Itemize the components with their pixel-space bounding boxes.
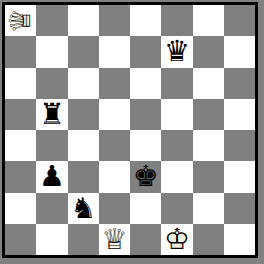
piece-black-rook[interactable]: ♜ — [36, 99, 67, 130]
square-f4[interactable] — [161, 130, 192, 161]
square-f6[interactable] — [161, 68, 192, 99]
black-rook-icon: ♜ — [36, 99, 67, 130]
square-f3[interactable] — [161, 161, 192, 192]
square-d6[interactable] — [99, 68, 130, 99]
square-c6[interactable] — [68, 68, 99, 99]
white-queen-icon: ♕ — [5, 5, 36, 36]
square-a2[interactable] — [5, 193, 36, 224]
square-f8[interactable] — [161, 5, 192, 36]
square-b3[interactable]: ♟ — [36, 161, 67, 192]
square-b6[interactable] — [36, 68, 67, 99]
square-c7[interactable] — [68, 36, 99, 67]
square-e5[interactable] — [130, 99, 161, 130]
black-pawn-icon: ♟ — [36, 161, 67, 192]
white-king-icon: ♔ — [161, 224, 192, 255]
piece-white-queen-rotated[interactable]: ♛♕ — [5, 5, 36, 36]
square-d4[interactable] — [99, 130, 130, 161]
square-f2[interactable] — [161, 193, 192, 224]
square-b1[interactable] — [36, 224, 67, 255]
chess-board-frame: ♛♕♛♜♟♚♞♛♕♚♔ — [2, 2, 258, 258]
square-f5[interactable] — [161, 99, 192, 130]
white-queen-icon: ♕ — [99, 224, 130, 255]
piece-black-knight[interactable]: ♞ — [68, 193, 99, 224]
square-a1[interactable] — [5, 224, 36, 255]
square-a6[interactable] — [5, 68, 36, 99]
square-c2[interactable]: ♞ — [68, 193, 99, 224]
square-b7[interactable] — [36, 36, 67, 67]
square-g3[interactable] — [193, 161, 224, 192]
square-f7[interactable]: ♛ — [161, 36, 192, 67]
square-d8[interactable] — [99, 5, 130, 36]
square-g8[interactable] — [193, 5, 224, 36]
square-d5[interactable] — [99, 99, 130, 130]
square-h2[interactable] — [224, 193, 255, 224]
square-h3[interactable] — [224, 161, 255, 192]
square-a3[interactable] — [5, 161, 36, 192]
square-c8[interactable] — [68, 5, 99, 36]
square-b2[interactable] — [36, 193, 67, 224]
square-h4[interactable] — [224, 130, 255, 161]
square-c5[interactable] — [68, 99, 99, 130]
square-a5[interactable] — [5, 99, 36, 130]
square-e7[interactable] — [130, 36, 161, 67]
square-b5[interactable]: ♜ — [36, 99, 67, 130]
square-e8[interactable] — [130, 5, 161, 36]
square-e6[interactable] — [130, 68, 161, 99]
chess-board: ♛♕♛♜♟♚♞♛♕♚♔ — [5, 5, 255, 255]
square-c4[interactable] — [68, 130, 99, 161]
square-f1[interactable]: ♚♔ — [161, 224, 192, 255]
black-king-icon: ♚ — [130, 161, 161, 192]
square-d7[interactable] — [99, 36, 130, 67]
black-queen-icon: ♛ — [161, 36, 192, 67]
square-b4[interactable] — [36, 130, 67, 161]
piece-white-queen[interactable]: ♛♕ — [99, 224, 130, 255]
square-h8[interactable] — [224, 5, 255, 36]
square-e1[interactable] — [130, 224, 161, 255]
square-h6[interactable] — [224, 68, 255, 99]
black-knight-icon: ♞ — [68, 193, 99, 224]
square-d2[interactable] — [99, 193, 130, 224]
piece-white-king[interactable]: ♚♔ — [161, 224, 192, 255]
square-e3[interactable]: ♚ — [130, 161, 161, 192]
piece-black-king[interactable]: ♚ — [130, 161, 161, 192]
square-d3[interactable] — [99, 161, 130, 192]
square-c3[interactable] — [68, 161, 99, 192]
square-a8[interactable]: ♛♕ — [5, 5, 36, 36]
square-a7[interactable] — [5, 36, 36, 67]
square-d1[interactable]: ♛♕ — [99, 224, 130, 255]
piece-black-pawn[interactable]: ♟ — [36, 161, 67, 192]
square-h5[interactable] — [224, 99, 255, 130]
square-e2[interactable] — [130, 193, 161, 224]
square-g1[interactable] — [193, 224, 224, 255]
square-c1[interactable] — [68, 224, 99, 255]
square-g6[interactable] — [193, 68, 224, 99]
square-g4[interactable] — [193, 130, 224, 161]
piece-black-queen[interactable]: ♛ — [161, 36, 192, 67]
square-b8[interactable] — [36, 5, 67, 36]
square-g5[interactable] — [193, 99, 224, 130]
square-g2[interactable] — [193, 193, 224, 224]
square-h1[interactable] — [224, 224, 255, 255]
square-g7[interactable] — [193, 36, 224, 67]
square-a4[interactable] — [5, 130, 36, 161]
square-e4[interactable] — [130, 130, 161, 161]
square-h7[interactable] — [224, 36, 255, 67]
